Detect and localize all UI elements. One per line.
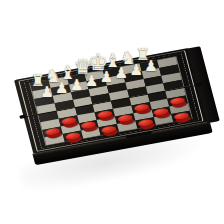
board-square[interactable]: [81, 127, 101, 138]
red-checker[interactable]: [137, 119, 153, 128]
red-checker[interactable]: [65, 132, 81, 141]
red-checker[interactable]: [101, 125, 117, 134]
board-square[interactable]: [172, 111, 192, 122]
red-checker[interactable]: [174, 112, 190, 121]
board-square[interactable]: [117, 121, 137, 132]
board-square[interactable]: [135, 117, 155, 128]
board-square[interactable]: [44, 134, 64, 145]
board-square[interactable]: [99, 124, 119, 135]
hinge-knuckle-left: [19, 115, 26, 119]
product-photo: ♜♞♝♛♚♝♞♜♟♟♟♟♟♟♟♟: [0, 0, 224, 224]
game-board: [14, 48, 208, 154]
board-square[interactable]: [62, 131, 82, 142]
board-square[interactable]: [153, 114, 173, 125]
